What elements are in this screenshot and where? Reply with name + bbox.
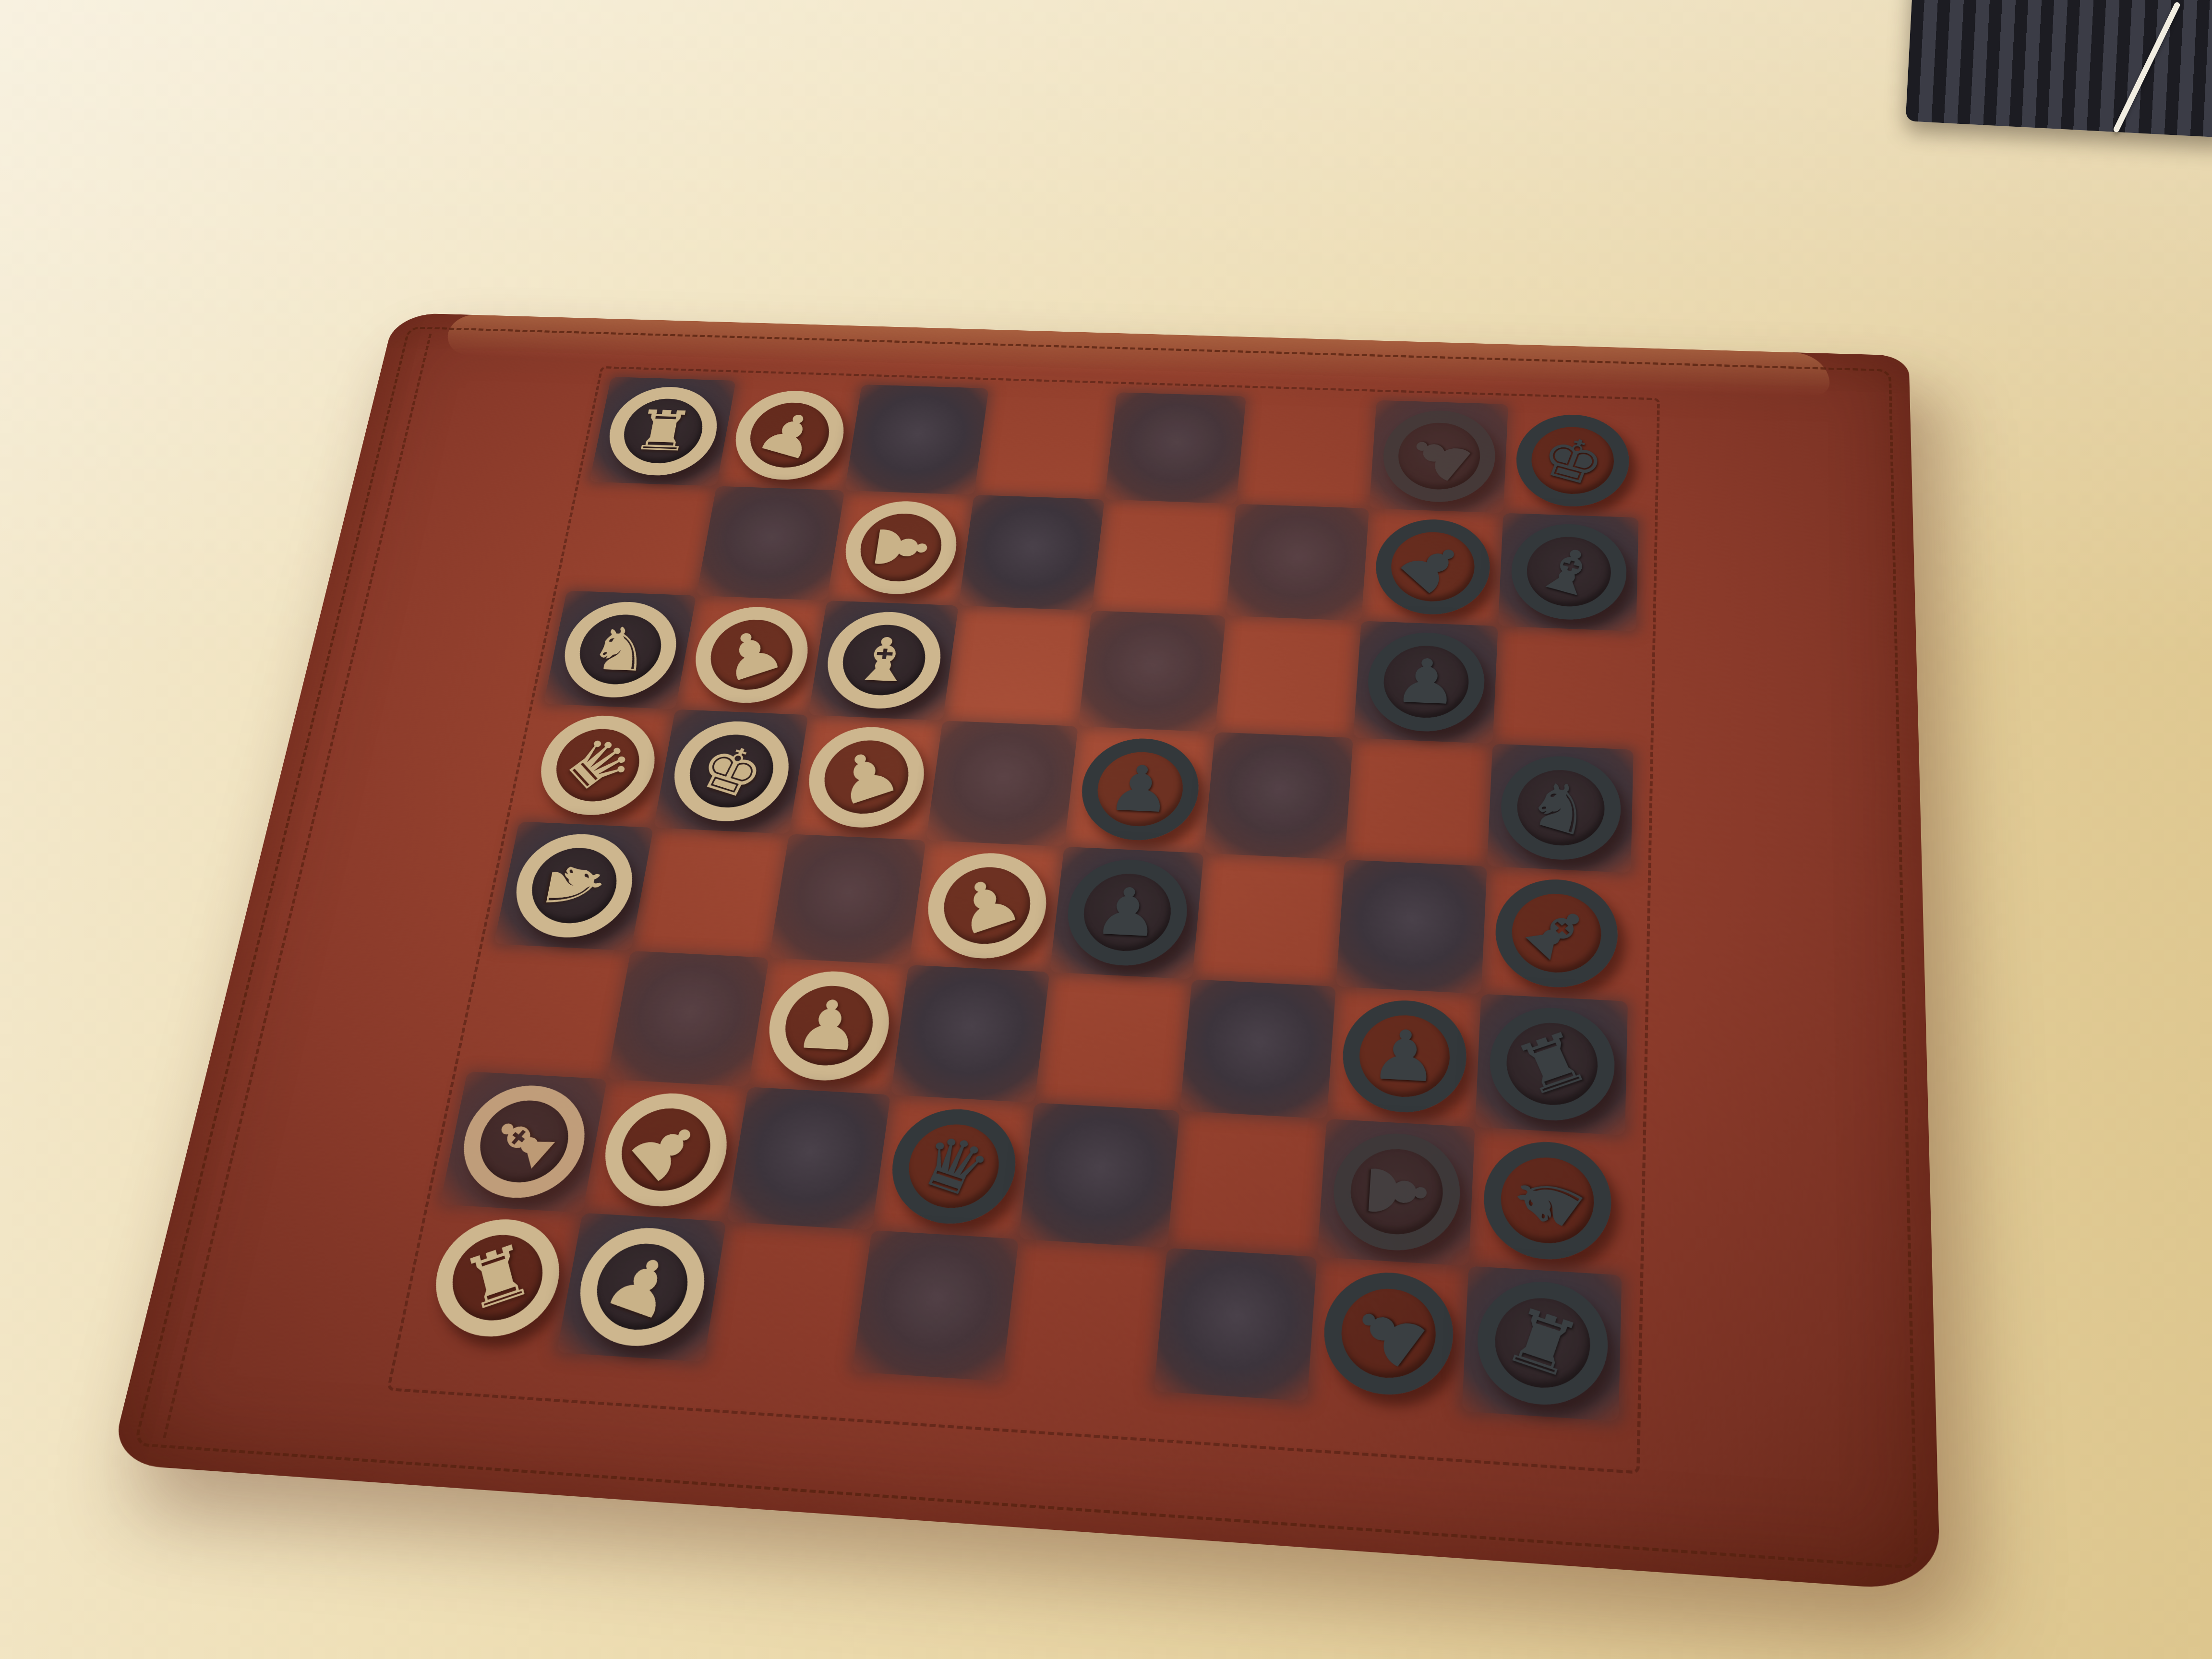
square-d8[interactable] (974, 388, 1117, 499)
black-pawn-glyph: ♟ (1382, 644, 1470, 720)
square-a8[interactable]: ♜ (589, 377, 736, 486)
black-pawn-glyph: ♟ (1382, 410, 1496, 503)
square-c6[interactable]: ♝ (808, 601, 959, 721)
black-pawn-disc[interactable]: ♟ (1339, 998, 1469, 1116)
black-pawn-disc[interactable]: ♟ (1076, 736, 1203, 843)
black-queen-disc[interactable]: ♛ (885, 1106, 1022, 1227)
black-pawn-disc[interactable]: ♟ (1373, 517, 1492, 616)
square-f1[interactable] (1154, 1248, 1317, 1401)
white-rook-disc[interactable]: ♜ (425, 1216, 569, 1340)
square-c7[interactable]: ♟ (827, 491, 974, 606)
white-pawn-disc[interactable]: ♟ (728, 389, 850, 481)
square-d6[interactable] (943, 605, 1092, 726)
square-e5[interactable]: ♟ (1064, 726, 1215, 853)
square-e2[interactable] (1019, 1103, 1180, 1248)
square-d3[interactable] (890, 965, 1049, 1103)
square-c5[interactable]: ♟ (789, 715, 943, 840)
square-g1[interactable]: ♟ (1307, 1257, 1469, 1411)
square-e6[interactable] (1078, 611, 1226, 732)
square-g6[interactable]: ♟ (1353, 621, 1498, 744)
black-king-disc[interactable]: ♚ (1515, 413, 1630, 508)
square-h5[interactable]: ♞ (1487, 744, 1634, 873)
white-knight-glyph: ♞ (573, 613, 667, 686)
white-pawn-glyph: ♟ (737, 394, 842, 476)
square-e1[interactable] (1002, 1239, 1167, 1391)
black-pawn-disc[interactable]: ♟ (1381, 409, 1497, 504)
square-f4[interactable] (1192, 853, 1345, 986)
square-a4[interactable]: ♞ (494, 821, 654, 951)
white-bishop-disc[interactable]: ♝ (820, 610, 947, 711)
white-bishop-glyph: ♝ (462, 1084, 586, 1199)
square-b2[interactable]: ♟ (582, 1079, 748, 1222)
white-king-glyph: ♚ (676, 725, 786, 817)
scene: ♜♟♟♚♟♟♝♞♟♝♟♛♚♟♟♞♞♟♟♝♟♟♜♝♟♛♟♞♜♟♟♜ (0, 0, 2212, 1659)
leather-chess-mat: ♜♟♟♚♟♟♝♞♟♝♟♛♚♟♟♞♞♟♟♝♟♟♜♝♟♛♟♞♜♟♟♜ (109, 313, 1941, 1592)
square-h4[interactable]: ♝ (1481, 866, 1631, 1001)
square-h8[interactable]: ♚ (1503, 404, 1641, 517)
square-h3[interactable]: ♜ (1475, 994, 1628, 1135)
white-bishop-glyph: ♝ (838, 623, 930, 697)
square-f6[interactable] (1215, 616, 1361, 738)
square-e3[interactable] (1034, 972, 1192, 1111)
square-c2[interactable] (726, 1087, 890, 1230)
white-knight-glyph: ♞ (525, 846, 623, 925)
black-pawn-glyph: ♟ (1348, 1147, 1445, 1237)
square-a1[interactable]: ♜ (411, 1204, 583, 1353)
square-f3[interactable] (1180, 979, 1336, 1119)
white-pawn-glyph: ♟ (702, 610, 803, 700)
white-pawn-glyph: ♟ (780, 984, 878, 1068)
square-b7[interactable] (696, 486, 844, 601)
square-f7[interactable] (1226, 504, 1369, 621)
square-b5[interactable]: ♚ (653, 709, 808, 834)
square-b4[interactable] (631, 828, 789, 958)
square-g4[interactable] (1336, 860, 1487, 994)
white-pawn-disc[interactable]: ♟ (570, 1225, 713, 1350)
black-knight-disc[interactable]: ♞ (1499, 754, 1622, 862)
black-rook-disc[interactable]: ♜ (1475, 1278, 1610, 1409)
square-h1[interactable]: ♜ (1462, 1266, 1622, 1421)
black-pawn-disc[interactable]: ♟ (1330, 1130, 1463, 1254)
square-e8[interactable] (1105, 392, 1246, 504)
white-pawn-glyph: ♟ (815, 730, 919, 824)
black-knight-disc[interactable]: ♞ (1481, 1139, 1612, 1263)
square-e7[interactable] (1092, 499, 1236, 615)
black-pawn-glyph: ♟ (1323, 1272, 1454, 1396)
black-queen-glyph: ♛ (895, 1113, 1012, 1220)
black-pawn-disc[interactable]: ♟ (1320, 1269, 1456, 1398)
black-bishop-glyph: ♝ (1516, 528, 1621, 616)
white-queen-glyph: ♛ (540, 714, 656, 817)
board-grid: ♜♟♟♚♟♟♝♞♟♝♟♛♚♟♟♞♞♟♟♝♟♟♜♝♟♛♟♞♜♟♟♜ (411, 377, 1641, 1421)
square-f2[interactable] (1167, 1111, 1326, 1257)
white-pawn-disc[interactable]: ♟ (596, 1090, 735, 1210)
black-king-glyph: ♚ (1521, 418, 1624, 503)
square-d4[interactable]: ♟ (909, 840, 1064, 972)
square-d1[interactable] (852, 1230, 1019, 1382)
white-pawn-disc[interactable]: ♟ (921, 851, 1052, 962)
square-d7[interactable] (959, 495, 1105, 611)
square-c4[interactable] (769, 834, 926, 965)
square-h6[interactable] (1492, 626, 1636, 749)
white-knight-disc[interactable]: ♞ (507, 831, 641, 940)
black-bishop-glyph: ♝ (1494, 878, 1620, 989)
black-pawn-glyph: ♟ (1374, 518, 1492, 616)
square-b1[interactable]: ♟ (557, 1213, 727, 1362)
white-pawn-disc[interactable]: ♟ (761, 969, 896, 1084)
black-rook-glyph: ♜ (1483, 1286, 1602, 1401)
square-f5[interactable] (1204, 732, 1353, 860)
white-pawn-glyph: ♟ (582, 1232, 702, 1342)
white-pawn-glyph: ♟ (604, 1092, 728, 1208)
black-knight-glyph: ♞ (1483, 1141, 1612, 1261)
white-pawn-glyph: ♟ (855, 512, 946, 583)
black-knight-glyph: ♞ (1506, 760, 1615, 856)
square-c1[interactable] (704, 1222, 872, 1372)
square-a6[interactable]: ♞ (543, 590, 696, 709)
square-g5[interactable] (1345, 738, 1492, 866)
square-a5[interactable]: ♛ (519, 704, 675, 828)
white-pawn-disc[interactable]: ♟ (687, 605, 815, 705)
square-h7[interactable]: ♝ (1498, 513, 1639, 632)
black-pawn-glyph: ♟ (1094, 750, 1186, 828)
white-rook-disc[interactable]: ♜ (601, 385, 724, 477)
white-queen-disc[interactable]: ♛ (532, 713, 663, 817)
square-c8[interactable] (845, 385, 989, 495)
square-a3[interactable] (468, 944, 631, 1079)
white-pawn-disc[interactable]: ♟ (802, 725, 931, 830)
square-b6[interactable]: ♟ (675, 596, 827, 715)
white-bishop-disc[interactable]: ♝ (454, 1082, 594, 1202)
square-h2[interactable]: ♞ (1468, 1127, 1624, 1275)
black-bishop-disc[interactable]: ♝ (1509, 522, 1627, 622)
square-d5[interactable] (926, 721, 1078, 847)
square-g7[interactable]: ♟ (1361, 508, 1503, 626)
white-king-disc[interactable]: ♚ (666, 719, 796, 824)
black-pawn-glyph: ♟ (1080, 872, 1175, 953)
square-b8[interactable]: ♟ (717, 381, 862, 491)
white-knight-disc[interactable]: ♞ (556, 600, 684, 700)
square-g2[interactable]: ♟ (1317, 1119, 1475, 1266)
black-bishop-disc[interactable]: ♝ (1493, 877, 1619, 990)
black-pawn-disc[interactable]: ♟ (1062, 857, 1192, 968)
white-rook-glyph: ♜ (618, 397, 708, 465)
square-a2[interactable]: ♝ (440, 1071, 607, 1213)
square-e4[interactable]: ♟ (1050, 847, 1204, 979)
black-pawn-glyph: ♟ (1357, 1013, 1452, 1099)
black-rook-glyph: ♜ (1493, 1011, 1611, 1117)
square-f8[interactable] (1236, 396, 1377, 508)
white-pawn-disc[interactable]: ♟ (839, 499, 962, 596)
square-g3[interactable]: ♟ (1327, 986, 1481, 1127)
square-b3[interactable] (607, 951, 769, 1087)
white-rook-glyph: ♜ (444, 1223, 552, 1333)
square-d2[interactable]: ♛ (872, 1095, 1034, 1239)
black-pawn-disc[interactable]: ♟ (1365, 630, 1487, 733)
square-a7[interactable] (567, 482, 717, 596)
square-g8[interactable]: ♟ (1369, 400, 1508, 513)
black-rook-disc[interactable]: ♜ (1488, 1005, 1616, 1123)
square-c3[interactable]: ♟ (748, 958, 909, 1094)
white-pawn-glyph: ♟ (933, 856, 1041, 955)
